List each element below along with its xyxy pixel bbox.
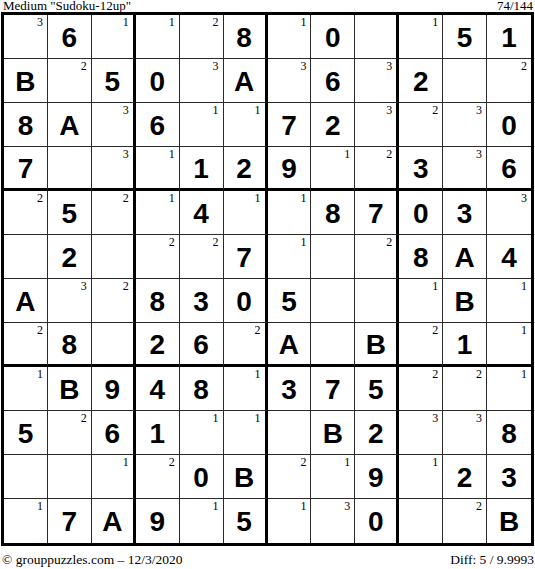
cell-r11c8[interactable]: 1 xyxy=(311,455,355,499)
cell-r8c4[interactable]: 2 xyxy=(136,323,180,367)
cell-r9c1[interactable]: 1 xyxy=(4,367,48,411)
given-value: 0 xyxy=(399,191,442,234)
cell-r2c12[interactable]: 2 xyxy=(487,59,531,103)
given-value: 5 xyxy=(268,279,311,322)
cell-r7c9[interactable] xyxy=(355,279,399,323)
cell-r6c11[interactable]: A xyxy=(443,235,487,279)
cell-r9c12[interactable]: 1 xyxy=(487,367,531,411)
given-value: B xyxy=(4,59,47,102)
cell-r7c2[interactable]: 3 xyxy=(48,279,92,323)
cell-r8c11[interactable]: 1 xyxy=(443,323,487,367)
cell-r4c6[interactable]: 2 xyxy=(224,147,268,191)
corner-mark: 1 xyxy=(300,236,306,249)
cell-r6c9[interactable]: 2 xyxy=(355,235,399,279)
cell-r10c3[interactable]: 6 xyxy=(92,411,136,455)
corner-mark: 2 xyxy=(123,280,129,293)
given-value: 5 xyxy=(443,15,486,58)
cell-r1c1[interactable]: 3 xyxy=(4,15,48,59)
cell-r4c11[interactable]: 3 xyxy=(443,147,487,191)
corner-mark: 2 xyxy=(213,16,219,29)
given-value: 4 xyxy=(136,367,179,410)
cell-r3c9[interactable]: 3 xyxy=(355,103,399,147)
cell-r6c4[interactable]: 2 xyxy=(136,235,180,279)
given-value: A xyxy=(4,279,47,322)
given-value: 1 xyxy=(487,15,531,58)
corner-mark: 1 xyxy=(432,16,438,29)
corner-mark: 1 xyxy=(432,280,438,293)
cell-r8c6[interactable]: 2 xyxy=(224,323,268,367)
cell-r4c5[interactable]: 1 xyxy=(180,147,224,191)
cell-r3c5[interactable]: 1 xyxy=(180,103,224,147)
cell-r8c3[interactable] xyxy=(92,323,136,367)
corner-mark: 2 xyxy=(432,324,438,337)
corner-mark: 1 xyxy=(255,412,261,425)
given-value: 7 xyxy=(4,147,47,188)
corner-mark: 1 xyxy=(213,412,219,425)
given-value: 8 xyxy=(224,15,265,58)
corner-mark: 2 xyxy=(169,236,175,249)
given-value: A xyxy=(268,323,311,364)
cell-r7c10[interactable]: 1 xyxy=(399,279,443,323)
cell-r7c3[interactable]: 2 xyxy=(92,279,136,323)
cell-r10c10[interactable]: 3 xyxy=(399,411,443,455)
corner-mark: 2 xyxy=(123,192,129,205)
given-value: 8 xyxy=(311,191,354,234)
cell-r12c2[interactable]: 7 xyxy=(48,499,92,543)
cell-r1c5[interactable]: 2 xyxy=(180,15,224,59)
cell-r5c4[interactable]: 1 xyxy=(136,191,180,235)
given-value: 4 xyxy=(487,235,531,278)
cell-r1c10[interactable]: 1 xyxy=(399,15,443,59)
given-value: 2 xyxy=(355,411,396,454)
cell-r8c10[interactable]: 2 xyxy=(399,323,443,367)
corner-mark: 1 xyxy=(37,368,43,381)
given-value: 5 xyxy=(4,411,47,454)
given-value: 7 xyxy=(48,499,91,543)
cell-r5c5[interactable]: 4 xyxy=(180,191,224,235)
cell-r2c5[interactable]: 3 xyxy=(180,59,224,103)
given-value: 9 xyxy=(355,455,396,498)
cell-r4c8[interactable]: 1 xyxy=(311,147,355,191)
corner-mark: 2 xyxy=(521,60,527,73)
given-value: 2 xyxy=(224,147,265,188)
cell-r2c10[interactable]: 2 xyxy=(399,59,443,103)
cell-r8c12[interactable]: 1 xyxy=(487,323,531,367)
corner-mark: 3 xyxy=(213,60,219,73)
cell-r5c1[interactable]: 2 xyxy=(4,191,48,235)
corner-mark: 3 xyxy=(386,60,392,73)
corner-mark: 3 xyxy=(123,104,129,117)
cell-r2c6[interactable]: A xyxy=(224,59,268,103)
cell-r1c8[interactable]: 0 xyxy=(311,15,355,59)
cell-r9c6[interactable]: 1 xyxy=(224,367,268,411)
given-value: 0 xyxy=(224,279,265,322)
corner-mark: 1 xyxy=(37,500,43,513)
given-value: B xyxy=(48,367,91,410)
cell-r7c8[interactable] xyxy=(311,279,355,323)
corner-mark: 2 xyxy=(213,236,219,249)
corner-mark: 1 xyxy=(521,324,527,337)
cell-r12c4[interactable]: 9 xyxy=(136,499,180,543)
cell-r5c12[interactable]: 3 xyxy=(487,191,531,235)
given-value: A xyxy=(48,103,91,146)
given-value: 2 xyxy=(311,103,354,146)
corner-mark: 1 xyxy=(521,368,527,381)
given-value: 4 xyxy=(180,191,223,234)
cell-r5c9[interactable]: 7 xyxy=(355,191,399,235)
cell-r4c3[interactable]: 3 xyxy=(92,147,136,191)
cell-r1c11[interactable]: 5 xyxy=(443,15,487,59)
cell-r4c9[interactable]: 2 xyxy=(355,147,399,191)
cell-r10c4[interactable]: 1 xyxy=(136,411,180,455)
cell-r11c11[interactable]: 2 xyxy=(443,455,487,499)
corner-mark: 2 xyxy=(386,148,392,161)
cell-r10c9[interactable]: 2 xyxy=(355,411,399,455)
cell-r10c6[interactable]: 1 xyxy=(224,411,268,455)
cell-r2c7[interactable]: 3 xyxy=(268,59,312,103)
given-value: 7 xyxy=(311,367,354,410)
given-value: 0 xyxy=(311,15,354,58)
cell-r6c12[interactable]: 4 xyxy=(487,235,531,279)
given-value: 8 xyxy=(487,411,531,454)
given-value: 0 xyxy=(487,103,531,146)
cell-r3c4[interactable]: 6 xyxy=(136,103,180,147)
cell-r4c4[interactable]: 1 xyxy=(136,147,180,191)
cell-r7c11[interactable]: B xyxy=(443,279,487,323)
corner-mark: 1 xyxy=(255,368,261,381)
cell-r4c1[interactable]: 7 xyxy=(4,147,48,191)
cell-r1c4[interactable]: 1 xyxy=(136,15,180,59)
cell-r4c12[interactable]: 6 xyxy=(487,147,531,191)
corner-mark: 1 xyxy=(169,16,175,29)
corner-mark: 3 xyxy=(432,412,438,425)
cell-r7c4[interactable]: 8 xyxy=(136,279,180,323)
cell-r5c10[interactable]: 0 xyxy=(399,191,443,235)
corner-mark: 2 xyxy=(476,500,482,513)
corner-mark: 1 xyxy=(255,192,261,205)
given-value: 8 xyxy=(136,279,179,322)
copyright-text: © grouppuzzles.com – 12/3/2020 xyxy=(2,552,182,568)
cell-r9c10[interactable]: 2 xyxy=(399,367,443,411)
cell-r2c3[interactable]: 5 xyxy=(92,59,136,103)
corner-mark: 2 xyxy=(300,456,306,469)
cell-r2c9[interactable]: 3 xyxy=(355,59,399,103)
corner-mark: 1 xyxy=(344,148,350,161)
corner-mark: 2 xyxy=(81,412,87,425)
corner-mark: 3 xyxy=(386,104,392,117)
given-value: 3 xyxy=(180,279,223,322)
corner-mark: 2 xyxy=(37,324,43,337)
given-value: 7 xyxy=(224,235,265,278)
given-value: 6 xyxy=(311,59,354,102)
given-value: 2 xyxy=(48,235,91,278)
corner-mark: 1 xyxy=(169,148,175,161)
cell-r3c8[interactable]: 2 xyxy=(311,103,355,147)
cell-r7c5[interactable]: 3 xyxy=(180,279,224,323)
cell-r12c6[interactable]: 5 xyxy=(224,499,268,543)
given-value: 5 xyxy=(355,367,396,410)
puzzle-page: Medium "Sudoku-12up" 74/144 36112810151B… xyxy=(0,0,535,569)
given-value: B xyxy=(443,279,486,322)
cell-r2c2[interactable]: 2 xyxy=(48,59,92,103)
cell-r3c11[interactable]: 3 xyxy=(443,103,487,147)
given-value: B xyxy=(311,411,354,454)
cell-r6c8[interactable] xyxy=(311,235,355,279)
corner-mark: 3 xyxy=(476,104,482,117)
corner-mark: 2 xyxy=(37,192,43,205)
corner-mark: 2 xyxy=(255,324,261,337)
corner-mark: 3 xyxy=(123,148,129,161)
given-value: 2 xyxy=(136,323,179,364)
cell-r5c2[interactable]: 5 xyxy=(48,191,92,235)
cell-r12c3[interactable]: A xyxy=(92,499,136,543)
cell-r10c1[interactable]: 5 xyxy=(4,411,48,455)
corner-mark: 2 xyxy=(386,236,392,249)
corner-mark: 1 xyxy=(521,280,527,293)
cell-r3c1[interactable]: 8 xyxy=(4,103,48,147)
cell-r11c1[interactable] xyxy=(4,455,48,499)
given-value: 3 xyxy=(399,147,442,188)
given-value: 3 xyxy=(443,191,486,234)
corner-mark: 1 xyxy=(344,456,350,469)
cell-r6c10[interactable]: 8 xyxy=(399,235,443,279)
corner-mark: 3 xyxy=(37,16,43,29)
cell-r5c11[interactable]: 3 xyxy=(443,191,487,235)
given-value: 6 xyxy=(92,411,133,454)
corner-mark: 1 xyxy=(169,192,175,205)
cell-r1c6[interactable]: 8 xyxy=(224,15,268,59)
corner-mark: 3 xyxy=(476,148,482,161)
given-value: 7 xyxy=(355,191,396,234)
cell-r10c11[interactable]: 3 xyxy=(443,411,487,455)
cell-r3c10[interactable]: 2 xyxy=(399,103,443,147)
cell-r11c6[interactable]: B xyxy=(224,455,268,499)
cell-r8c9[interactable]: B xyxy=(355,323,399,367)
cell-r12c9[interactable]: 0 xyxy=(355,499,399,543)
cell-r2c8[interactable]: 6 xyxy=(311,59,355,103)
cell-r4c10[interactable]: 3 xyxy=(399,147,443,191)
corner-mark: 1 xyxy=(123,16,129,29)
cell-r7c1[interactable]: A xyxy=(4,279,48,323)
cell-r1c12[interactable]: 1 xyxy=(487,15,531,59)
given-value: 6 xyxy=(48,15,91,58)
corner-mark: 2 xyxy=(169,456,175,469)
given-value: 9 xyxy=(92,367,133,410)
cell-r6c6[interactable]: 7 xyxy=(224,235,268,279)
given-value: 3 xyxy=(268,367,311,410)
cell-r6c2[interactable]: 2 xyxy=(48,235,92,279)
cell-r7c6[interactable]: 0 xyxy=(224,279,268,323)
cell-r12c11[interactable]: 2 xyxy=(443,499,487,543)
given-value: 0 xyxy=(180,455,223,498)
given-value: 0 xyxy=(355,499,396,543)
cell-r9c4[interactable]: 4 xyxy=(136,367,180,411)
cell-r6c7[interactable]: 1 xyxy=(268,235,312,279)
corner-mark: 1 xyxy=(300,192,306,205)
cell-r12c12[interactable]: B xyxy=(487,499,531,543)
given-value: 0 xyxy=(136,59,179,102)
cell-r1c7[interactable]: 1 xyxy=(268,15,312,59)
corner-mark: 1 xyxy=(255,104,261,117)
given-value: 8 xyxy=(399,235,442,278)
given-value: 9 xyxy=(268,147,311,188)
cell-r1c3[interactable]: 1 xyxy=(92,15,136,59)
corner-mark: 2 xyxy=(476,368,482,381)
given-value: A xyxy=(92,499,133,543)
cell-r11c4[interactable]: 2 xyxy=(136,455,180,499)
corner-mark: 1 xyxy=(432,456,438,469)
cell-r9c5[interactable]: 8 xyxy=(180,367,224,411)
cell-r5c8[interactable]: 8 xyxy=(311,191,355,235)
corner-mark: 2 xyxy=(432,368,438,381)
given-value: B xyxy=(487,499,531,543)
cell-r2c11[interactable] xyxy=(443,59,487,103)
given-value: 1 xyxy=(443,323,486,364)
cell-r9c3[interactable]: 9 xyxy=(92,367,136,411)
cell-r5c6[interactable]: 1 xyxy=(224,191,268,235)
cell-r3c3[interactable]: 3 xyxy=(92,103,136,147)
cell-r11c5[interactable]: 0 xyxy=(180,455,224,499)
cell-r10c8[interactable]: B xyxy=(311,411,355,455)
corner-mark: 1 xyxy=(300,500,306,513)
cell-r6c5[interactable]: 2 xyxy=(180,235,224,279)
cell-r9c8[interactable]: 7 xyxy=(311,367,355,411)
cell-r11c9[interactable]: 9 xyxy=(355,455,399,499)
cell-r7c7[interactable]: 5 xyxy=(268,279,312,323)
cell-r11c3[interactable]: 1 xyxy=(92,455,136,499)
difficulty-text: Diff: 5 / 9.9993 xyxy=(450,552,534,568)
cell-r3c12[interactable]: 0 xyxy=(487,103,531,147)
cell-r3c6[interactable]: 1 xyxy=(224,103,268,147)
cell-r10c2[interactable]: 2 xyxy=(48,411,92,455)
corner-mark: 2 xyxy=(432,104,438,117)
corner-mark: 1 xyxy=(300,16,306,29)
given-value: 7 xyxy=(268,103,311,146)
cell-r4c7[interactable]: 9 xyxy=(268,147,312,191)
corner-mark: 1 xyxy=(213,104,219,117)
given-value: 1 xyxy=(180,147,223,188)
cell-r8c2[interactable]: 8 xyxy=(48,323,92,367)
given-value: 8 xyxy=(4,103,47,146)
cell-r11c10[interactable]: 1 xyxy=(399,455,443,499)
given-value: 6 xyxy=(487,147,531,188)
cell-r11c12[interactable]: 3 xyxy=(487,455,531,499)
given-value: 8 xyxy=(48,323,91,364)
corner-mark: 2 xyxy=(81,60,87,73)
cell-r12c8[interactable]: 3 xyxy=(311,499,355,543)
sudoku-grid: 36112810151B2503A363228A3611723230731129… xyxy=(1,12,534,546)
cell-r9c2[interactable]: B xyxy=(48,367,92,411)
cell-r3c7[interactable]: 7 xyxy=(268,103,312,147)
given-value: 5 xyxy=(224,499,265,543)
cell-r9c9[interactable]: 5 xyxy=(355,367,399,411)
given-value: 9 xyxy=(136,499,179,543)
cell-r12c10[interactable] xyxy=(399,499,443,543)
given-value: 6 xyxy=(136,103,179,146)
given-value: 1 xyxy=(136,411,179,454)
given-value: 2 xyxy=(399,59,442,102)
cell-r6c3[interactable] xyxy=(92,235,136,279)
cell-r5c3[interactable]: 2 xyxy=(92,191,136,235)
cell-r11c7[interactable]: 2 xyxy=(268,455,312,499)
given-value: 8 xyxy=(180,367,223,410)
cell-r3c2[interactable]: A xyxy=(48,103,92,147)
cell-r8c7[interactable]: A xyxy=(268,323,312,367)
given-value: 3 xyxy=(487,455,531,498)
cell-r6c1[interactable] xyxy=(4,235,48,279)
corner-mark: 3 xyxy=(81,280,87,293)
cell-r4c2[interactable] xyxy=(48,147,92,191)
cell-r2c4[interactable]: 0 xyxy=(136,59,180,103)
corner-mark: 3 xyxy=(300,60,306,73)
given-value: 6 xyxy=(180,323,223,364)
cell-r1c9[interactable] xyxy=(355,15,399,59)
given-value: 5 xyxy=(92,59,133,102)
given-value: 2 xyxy=(443,455,486,498)
corner-mark: 1 xyxy=(213,500,219,513)
corner-mark: 3 xyxy=(476,412,482,425)
cell-r8c5[interactable]: 6 xyxy=(180,323,224,367)
given-value: B xyxy=(355,323,396,364)
cell-r8c1[interactable]: 2 xyxy=(4,323,48,367)
cell-r2c1[interactable]: B xyxy=(4,59,48,103)
given-value: B xyxy=(224,455,265,498)
cell-r7c12[interactable]: 1 xyxy=(487,279,531,323)
given-value: A xyxy=(224,59,265,102)
cell-r1c2[interactable]: 6 xyxy=(48,15,92,59)
cell-r10c12[interactable]: 8 xyxy=(487,411,531,455)
cell-r9c7[interactable]: 3 xyxy=(268,367,312,411)
corner-mark: 3 xyxy=(521,192,527,205)
cell-r11c2[interactable] xyxy=(48,455,92,499)
cell-r10c7[interactable] xyxy=(268,411,312,455)
cell-r12c1[interactable]: 1 xyxy=(4,499,48,543)
cell-r10c5[interactable]: 1 xyxy=(180,411,224,455)
cell-r8c8[interactable] xyxy=(311,323,355,367)
cell-r9c11[interactable]: 2 xyxy=(443,367,487,411)
cell-r12c7[interactable]: 1 xyxy=(268,499,312,543)
given-value: 5 xyxy=(48,191,91,234)
cell-r5c7[interactable]: 1 xyxy=(268,191,312,235)
corner-mark: 3 xyxy=(344,500,350,513)
corner-mark: 1 xyxy=(123,456,129,469)
cell-r12c5[interactable]: 1 xyxy=(180,499,224,543)
given-value: A xyxy=(443,235,486,278)
